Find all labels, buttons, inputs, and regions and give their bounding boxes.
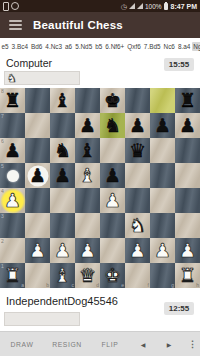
battery-icon bbox=[164, 3, 168, 10]
overflow-menu-icon[interactable]: ⋮ bbox=[188, 340, 197, 349]
square-d3[interactable] bbox=[75, 213, 100, 238]
square-b6[interactable] bbox=[25, 138, 50, 163]
square-d8[interactable] bbox=[75, 88, 100, 113]
player-name-top: Computer bbox=[6, 57, 52, 69]
rank-label: 2 bbox=[1, 238, 4, 244]
square-a7[interactable]: 7 bbox=[0, 113, 25, 138]
status-left-icons bbox=[3, 2, 19, 11]
square-g7[interactable]: ♟ bbox=[150, 113, 175, 138]
square-g8[interactable] bbox=[150, 88, 175, 113]
square-a6[interactable]: ♟6 bbox=[0, 138, 25, 163]
white-bishop-piece: ♝ bbox=[54, 263, 71, 288]
square-f2[interactable]: ♟ bbox=[125, 238, 150, 263]
square-e8[interactable]: ♚ bbox=[100, 88, 125, 113]
next-move-icon[interactable]: ▶ bbox=[156, 341, 182, 348]
legal-move-dot[interactable] bbox=[7, 170, 19, 182]
clock-bottom: 12:55 bbox=[164, 302, 194, 315]
white-pawn-piece: ♟ bbox=[179, 238, 196, 263]
status-bar: ◷ 100% 8:47 PM bbox=[0, 0, 200, 12]
black-pawn-piece: ♟ bbox=[129, 113, 146, 138]
square-g4[interactable] bbox=[150, 188, 175, 213]
square-a4[interactable]: ♟4 bbox=[0, 188, 25, 213]
black-bishop-piece: ♝ bbox=[79, 138, 96, 163]
square-b8[interactable] bbox=[25, 88, 50, 113]
black-rook-piece: ♜ bbox=[4, 88, 21, 113]
square-b1[interactable]: b bbox=[25, 263, 50, 288]
square-d2[interactable]: ♟ bbox=[75, 238, 100, 263]
white-pawn-piece: ♟ bbox=[29, 238, 46, 263]
black-bishop-piece: ♝ bbox=[54, 88, 71, 113]
square-f3[interactable]: ♞ bbox=[125, 213, 150, 238]
move-token[interactable]: 4.Nc3 bbox=[44, 42, 64, 51]
square-f8[interactable] bbox=[125, 88, 150, 113]
move-token[interactable]: 6.Nf6+ bbox=[104, 42, 126, 51]
captured-piece: ♞ bbox=[7, 73, 17, 84]
move-token[interactable]: 7.Bd5 bbox=[142, 42, 162, 51]
square-f4[interactable] bbox=[125, 188, 150, 213]
selected-square-glow bbox=[0, 188, 25, 213]
rank-label: 5 bbox=[1, 163, 4, 169]
white-bishop-piece: ♝ bbox=[79, 163, 96, 188]
square-g3[interactable] bbox=[150, 213, 175, 238]
square-b7[interactable] bbox=[25, 113, 50, 138]
move-token[interactable]: 5.Nd5 bbox=[74, 42, 94, 51]
black-pawn-piece: ♟ bbox=[104, 163, 121, 188]
square-c8[interactable]: ♝ bbox=[50, 88, 75, 113]
status-right-icons: ◷ 100% 8:47 PM bbox=[121, 3, 197, 10]
square-b5[interactable]: ♟ bbox=[25, 163, 50, 188]
white-pawn-piece: ♟ bbox=[129, 238, 146, 263]
square-c1[interactable]: ♝c bbox=[50, 263, 75, 288]
rank-label: 7 bbox=[1, 113, 4, 119]
flip-button[interactable]: FLIP bbox=[90, 341, 130, 348]
square-c7[interactable] bbox=[50, 113, 75, 138]
square-a3[interactable]: 3 bbox=[0, 213, 25, 238]
white-pawn-piece: ♟ bbox=[54, 238, 71, 263]
square-h4[interactable] bbox=[175, 188, 200, 213]
square-d5[interactable]: ♝ bbox=[75, 163, 100, 188]
move-list[interactable]: e53.Bc4Bd64.Nc3a65.Nd5b56.Nf6+Qxf67.Bd5N… bbox=[0, 38, 200, 55]
square-e4[interactable]: ♟ bbox=[100, 188, 125, 213]
data-circle-icon bbox=[11, 2, 19, 10]
alarm-icon: ◷ bbox=[121, 3, 127, 10]
square-h2[interactable]: ♟ bbox=[175, 238, 200, 263]
rank-label: 6 bbox=[1, 138, 4, 144]
square-b3[interactable] bbox=[25, 213, 50, 238]
signal-icon bbox=[137, 3, 143, 9]
white-rook-piece: ♜ bbox=[179, 263, 196, 288]
move-token[interactable]: e5 bbox=[0, 42, 10, 51]
square-c2[interactable]: ♟ bbox=[50, 238, 75, 263]
square-h1[interactable]: ♜h bbox=[175, 263, 200, 288]
move-token[interactable]: Qxf6 bbox=[126, 42, 143, 51]
wifi-icon bbox=[129, 3, 135, 9]
square-a8[interactable]: ♜8 bbox=[0, 88, 25, 113]
player-panel-top: Computer 15:55 ♞ bbox=[0, 55, 200, 88]
status-time: 8:47 PM bbox=[171, 3, 197, 10]
black-pawn-piece: ♟ bbox=[179, 113, 196, 138]
move-token[interactable]: 8.a4 bbox=[176, 42, 191, 51]
square-g1[interactable]: g bbox=[150, 263, 175, 288]
square-e3[interactable] bbox=[100, 213, 125, 238]
black-knight-piece: ♞ bbox=[104, 113, 121, 138]
move-token[interactable]: a6 bbox=[64, 42, 74, 51]
move-token[interactable]: b5 bbox=[94, 42, 104, 51]
move-token[interactable]: Bd6 bbox=[29, 42, 43, 51]
app-bar: Beautiful Chess bbox=[0, 12, 200, 38]
rank-label: 1 bbox=[1, 263, 4, 269]
captured-tray-bottom bbox=[4, 312, 80, 326]
square-h3[interactable] bbox=[175, 213, 200, 238]
square-h5[interactable] bbox=[175, 163, 200, 188]
black-pawn-piece: ♟ bbox=[79, 113, 96, 138]
square-f6[interactable]: ♛ bbox=[125, 138, 150, 163]
square-e5[interactable]: ♟ bbox=[100, 163, 125, 188]
player-name-bottom: IndependentDog45546 bbox=[6, 295, 118, 307]
chess-board: ♜8♝♚♜7♟♞♟♟♟♟6♞♝♛5♟♟♝♟♟4♟3♞2♟♟♟♟♟♟♜1ab♝c♛… bbox=[0, 88, 200, 288]
square-d4[interactable] bbox=[75, 188, 100, 213]
square-d6[interactable]: ♝ bbox=[75, 138, 100, 163]
prev-move-icon[interactable]: ◀ bbox=[130, 341, 156, 348]
square-c3[interactable] bbox=[50, 213, 75, 238]
rank-label: 8 bbox=[1, 88, 4, 94]
app-title: Beautiful Chess bbox=[33, 19, 123, 31]
captured-tray-top: ♞ bbox=[4, 71, 80, 85]
black-rook-piece: ♜ bbox=[179, 88, 196, 113]
clock-top: 15:55 bbox=[164, 58, 194, 71]
white-pawn-piece: ♟ bbox=[154, 238, 171, 263]
square-a1[interactable]: ♜1a bbox=[0, 263, 25, 288]
square-c5[interactable]: ♟ bbox=[50, 163, 75, 188]
white-queen-piece: ♛ bbox=[79, 263, 96, 288]
rank-label: 3 bbox=[1, 213, 4, 219]
square-g6[interactable] bbox=[150, 138, 175, 163]
black-pawn-piece: ♟ bbox=[4, 138, 21, 163]
draw-button[interactable]: DRAW bbox=[0, 341, 44, 348]
move-token[interactable]: 3.Bc4 bbox=[10, 42, 29, 51]
screen: ◷ 100% 8:47 PM Beautiful Chess e53.Bc4Bd… bbox=[0, 0, 200, 356]
square-a2[interactable]: 2 bbox=[0, 238, 25, 263]
menu-icon[interactable] bbox=[9, 20, 22, 30]
square-e2[interactable] bbox=[100, 238, 125, 263]
black-pawn-piece: ♟ bbox=[54, 163, 71, 188]
black-king-piece: ♚ bbox=[104, 88, 121, 113]
square-f5[interactable] bbox=[125, 163, 150, 188]
white-pawn-piece: ♟ bbox=[79, 238, 96, 263]
white-knight-piece: ♞ bbox=[129, 213, 146, 238]
move-token[interactable]: Nc6 bbox=[162, 42, 176, 51]
black-knight-piece: ♞ bbox=[54, 138, 71, 163]
square-h6[interactable] bbox=[175, 138, 200, 163]
white-pawn-piece: ♟ bbox=[104, 188, 121, 213]
toolbar: DRAW RESIGN FLIP ◀ ▶ ⋮ bbox=[0, 331, 200, 356]
white-rook-piece: ♜ bbox=[4, 263, 21, 288]
square-b2[interactable]: ♟ bbox=[25, 238, 50, 263]
square-e1[interactable]: ♚e bbox=[100, 263, 125, 288]
square-b4[interactable] bbox=[25, 188, 50, 213]
battery-percent: 100% bbox=[145, 3, 162, 10]
player-panel-bottom: IndependentDog45546 12:55 bbox=[0, 288, 200, 331]
black-queen-piece: ♛ bbox=[129, 138, 146, 163]
square-d7[interactable]: ♟ bbox=[75, 113, 100, 138]
square-a5[interactable]: 5 bbox=[0, 163, 25, 188]
square-c6[interactable]: ♞ bbox=[50, 138, 75, 163]
square-e6[interactable] bbox=[100, 138, 125, 163]
square-c4[interactable] bbox=[50, 188, 75, 213]
square-g2[interactable]: ♟ bbox=[150, 238, 175, 263]
capture-ring bbox=[27, 165, 48, 186]
square-d1[interactable]: ♛d bbox=[75, 263, 100, 288]
square-f1[interactable]: f bbox=[125, 263, 150, 288]
square-g5[interactable] bbox=[150, 163, 175, 188]
white-king-piece: ♚ bbox=[104, 263, 121, 288]
square-h8[interactable]: ♜ bbox=[175, 88, 200, 113]
vibrate-icon bbox=[3, 2, 9, 11]
square-f7[interactable]: ♟ bbox=[125, 113, 150, 138]
resign-button[interactable]: RESIGN bbox=[44, 341, 90, 348]
square-e7[interactable]: ♞ bbox=[100, 113, 125, 138]
move-token[interactable]: Nge7 bbox=[192, 42, 200, 51]
square-h7[interactable]: ♟ bbox=[175, 113, 200, 138]
black-pawn-piece: ♟ bbox=[154, 113, 171, 138]
